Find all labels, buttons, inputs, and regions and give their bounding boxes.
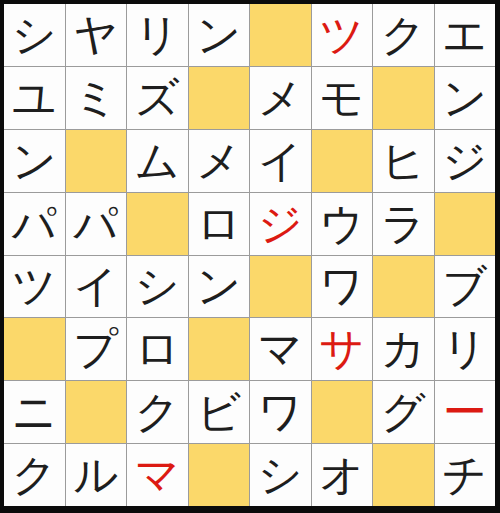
cell-r1c6[interactable]: ツ <box>312 4 373 66</box>
cell-r2c2[interactable]: ミ <box>66 67 127 129</box>
cell-r1c7[interactable]: ク <box>373 4 434 66</box>
cell-r8c4[interactable] <box>189 444 250 506</box>
cell-r7c3[interactable]: ク <box>127 381 188 443</box>
cell-r1c4[interactable]: ン <box>189 4 250 66</box>
cell-r5c3[interactable]: シ <box>127 256 188 318</box>
cell-r7c4[interactable]: ビ <box>189 381 250 443</box>
cell-r7c2[interactable] <box>66 381 127 443</box>
cell-r1c2[interactable]: ヤ <box>66 4 127 66</box>
cell-r6c1[interactable] <box>4 318 65 380</box>
cell-r8c8[interactable]: チ <box>435 444 496 506</box>
cell-r5c5[interactable] <box>250 256 311 318</box>
cell-r8c2[interactable]: ル <box>66 444 127 506</box>
cell-r6c2[interactable]: プ <box>66 318 127 380</box>
cell-r5c8[interactable]: ブ <box>435 256 496 318</box>
cell-r3c1[interactable]: ン <box>4 130 65 192</box>
cell-r3c7[interactable]: ヒ <box>373 130 434 192</box>
cell-r2c7[interactable] <box>373 67 434 129</box>
cell-r4c4[interactable]: ロ <box>189 193 250 255</box>
cell-r8c5[interactable]: シ <box>250 444 311 506</box>
cell-r4c8[interactable] <box>435 193 496 255</box>
cell-r6c3[interactable]: ロ <box>127 318 188 380</box>
cell-r2c3[interactable]: ズ <box>127 67 188 129</box>
cell-r4c7[interactable]: ラ <box>373 193 434 255</box>
cell-r6c7[interactable]: カ <box>373 318 434 380</box>
cell-r4c5[interactable]: ジ <box>250 193 311 255</box>
cell-r1c3[interactable]: リ <box>127 4 188 66</box>
cell-r7c6[interactable] <box>312 381 373 443</box>
cell-r6c8[interactable]: リ <box>435 318 496 380</box>
cell-r2c5[interactable]: メ <box>250 67 311 129</box>
cell-r5c2[interactable]: イ <box>66 256 127 318</box>
cell-r8c6[interactable]: オ <box>312 444 373 506</box>
cell-r5c7[interactable] <box>373 256 434 318</box>
cell-r3c2[interactable] <box>66 130 127 192</box>
cell-r4c1[interactable]: パ <box>4 193 65 255</box>
cell-r6c6[interactable]: サ <box>312 318 373 380</box>
cell-r4c6[interactable]: ウ <box>312 193 373 255</box>
cell-r2c8[interactable]: ン <box>435 67 496 129</box>
cell-r7c1[interactable]: ニ <box>4 381 65 443</box>
cell-r8c3[interactable]: マ <box>127 444 188 506</box>
cell-r6c4[interactable] <box>189 318 250 380</box>
cell-r5c6[interactable]: ワ <box>312 256 373 318</box>
cell-r1c5[interactable] <box>250 4 311 66</box>
cell-r3c5[interactable]: イ <box>250 130 311 192</box>
crossword-board: シヤリンツクエユミズメモンンムメイヒジパパロジウラツイシンワブプロマサカリニクビ… <box>0 0 500 513</box>
cell-r2c4[interactable] <box>189 67 250 129</box>
cell-r3c3[interactable]: ム <box>127 130 188 192</box>
cell-r8c1[interactable]: ク <box>4 444 65 506</box>
cell-r5c1[interactable]: ツ <box>4 256 65 318</box>
cell-r4c2[interactable]: パ <box>66 193 127 255</box>
cell-r5c4[interactable]: ン <box>189 256 250 318</box>
cell-r3c6[interactable] <box>312 130 373 192</box>
crossword-grid: シヤリンツクエユミズメモンンムメイヒジパパロジウラツイシンワブプロマサカリニクビ… <box>4 4 495 506</box>
cell-r8c7[interactable] <box>373 444 434 506</box>
cell-r1c1[interactable]: シ <box>4 4 65 66</box>
cell-r3c4[interactable]: メ <box>189 130 250 192</box>
cell-r7c5[interactable]: ワ <box>250 381 311 443</box>
cell-r7c7[interactable]: グ <box>373 381 434 443</box>
cell-r3c8[interactable]: ジ <box>435 130 496 192</box>
cell-r1c8[interactable]: エ <box>435 4 496 66</box>
cell-r6c5[interactable]: マ <box>250 318 311 380</box>
cell-r7c8[interactable]: ー <box>435 381 496 443</box>
cell-r4c3[interactable] <box>127 193 188 255</box>
cell-r2c1[interactable]: ユ <box>4 67 65 129</box>
cell-r2c6[interactable]: モ <box>312 67 373 129</box>
